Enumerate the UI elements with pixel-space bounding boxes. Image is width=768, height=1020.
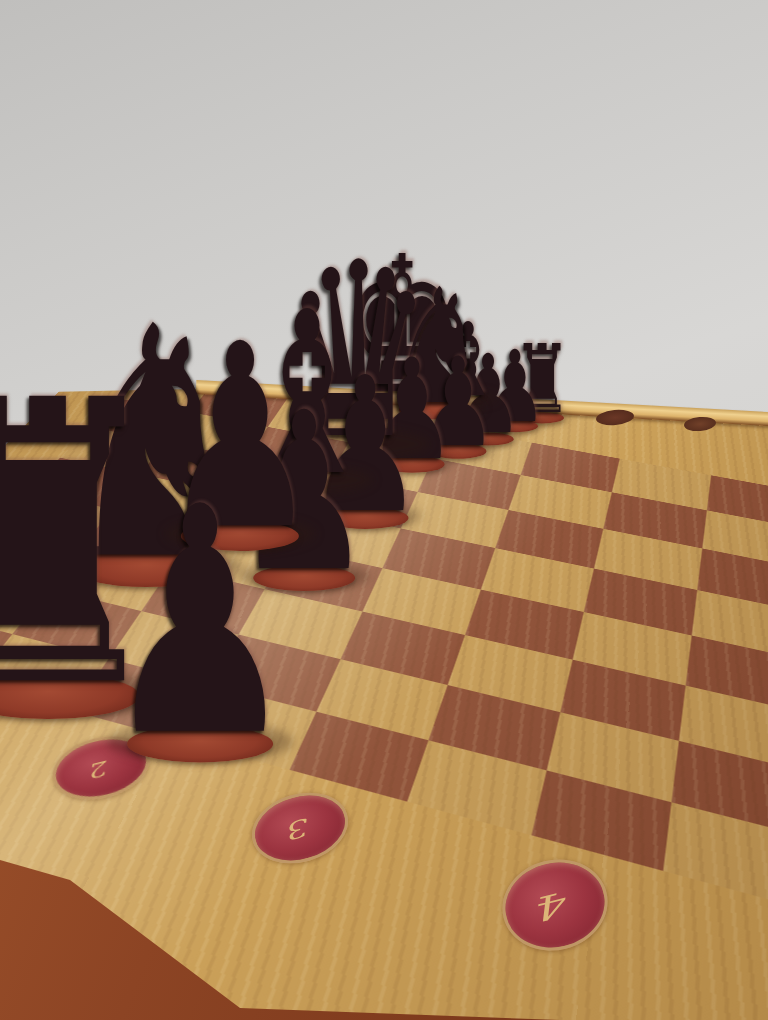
photo-scene: 234 ♜♟♟♚♝♞♟♟♛♟♝♟♞♟♜♟ (0, 0, 768, 1020)
pieces-layer: ♜♟♟♚♝♞♟♟♛♟♝♟♞♟♜♟ (0, 0, 768, 1020)
black-pawn-a7: ♟ (103, 466, 298, 779)
